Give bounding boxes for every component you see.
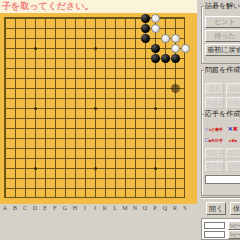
coord-label-K: K: [100, 204, 110, 213]
coord-label-N: N: [130, 204, 140, 213]
create-response-title: 応手を作成する: [204, 110, 240, 118]
coord-label-I: I: [80, 204, 90, 213]
clear-all-button[interactable]: 全消去: [226, 97, 240, 109]
coord-label-P: P: [150, 204, 160, 213]
go-board[interactable]: [0, 13, 197, 204]
white-stone-button[interactable]: 白石: [226, 83, 240, 95]
black-stone[interactable]: [161, 54, 170, 63]
white-stone[interactable]: [171, 44, 180, 53]
coord-label-C: C: [20, 204, 30, 213]
solve-group-title: 詰碁を解いてみる: [204, 2, 240, 10]
reset-button[interactable]: 最初に戻す: [205, 44, 240, 56]
coord-label-A: A: [0, 204, 10, 213]
black-stone[interactable]: [171, 54, 180, 63]
coord-label-R: R: [170, 204, 180, 213]
coord-label-D: D: [30, 204, 40, 213]
coord-label-H: H: [70, 204, 80, 213]
legend-row-correct: ○●正着手 ✕✖: [205, 125, 240, 134]
legend-row-white: □■白応手 ●✖■: [205, 136, 240, 145]
column-coordinates: ABCDEFGHIJKLMNOPQRS: [0, 204, 197, 214]
star-point: [94, 47, 97, 50]
section-divider: [201, 197, 240, 199]
correct-move-label: 正着手: [211, 127, 223, 132]
coord-label-E: E: [40, 204, 50, 213]
white-response-button[interactable]: 白応手: [226, 148, 240, 159]
code-input-2[interactable]: [204, 231, 225, 238]
marks-icon: ●✖■: [229, 138, 237, 143]
coord-label-F: F: [50, 204, 60, 213]
swap-colors-button[interactable]: 白黒入替: [205, 97, 224, 109]
code-input-1[interactable]: [204, 222, 225, 229]
white-stone[interactable]: [181, 44, 190, 53]
white-stone[interactable]: [151, 24, 160, 33]
solve-group: 詰碁を解いてみる ヒント 待った 最初に戻す: [201, 6, 240, 64]
save-button[interactable]: 保存: [230, 202, 240, 215]
ghost-stone[interactable]: [171, 84, 180, 93]
coord-label-S: S: [180, 204, 190, 213]
star-point: [34, 47, 37, 50]
hint-button[interactable]: ヒント: [205, 16, 240, 28]
coord-label-L: L: [110, 204, 120, 213]
open-button[interactable]: 開く: [206, 202, 226, 215]
coord-label-B: B: [10, 204, 20, 213]
star-point: [154, 107, 157, 110]
star-point: [94, 107, 97, 110]
coord-label-G: G: [60, 204, 70, 213]
black-stone[interactable]: [151, 44, 160, 53]
star-point: [34, 167, 37, 170]
star-point: [154, 167, 157, 170]
white-response-label: 白応手: [211, 138, 223, 143]
code-copy-button-2[interactable]: コピー: [228, 230, 240, 239]
white-stone[interactable]: [151, 14, 160, 23]
instruction-message: 子を取ってください。: [0, 0, 197, 13]
star-point: [34, 107, 37, 110]
create-response-group: 応手を作成する ○●正着手 ✕✖ □■白応手 ●✖■ 黒応手 白応手 応手削除 …: [201, 114, 240, 196]
black-stone-button[interactable]: 黒石: [205, 83, 224, 95]
code-copy-button-1[interactable]: コピー: [228, 221, 240, 230]
coord-label-Q: Q: [160, 204, 170, 213]
coord-label-O: O: [140, 204, 150, 213]
black-stone[interactable]: [141, 24, 150, 33]
delete-response-button[interactable]: 応手削除: [205, 161, 224, 172]
code-panel: コピー コピー: [201, 218, 240, 240]
black-stone[interactable]: [141, 34, 150, 43]
coord-label-M: M: [120, 204, 130, 213]
undo-button[interactable]: 待った: [205, 30, 240, 42]
white-stone[interactable]: [171, 34, 180, 43]
response-code-input[interactable]: [205, 175, 240, 184]
create-problem-title: 問題を作成する: [204, 66, 240, 74]
coord-label-J: J: [90, 204, 100, 213]
star-point: [94, 167, 97, 170]
white-stone[interactable]: [161, 34, 170, 43]
black-response-button[interactable]: 黒応手: [205, 148, 224, 159]
black-stone[interactable]: [151, 54, 160, 63]
fail-move-red-icon: ✖: [233, 126, 238, 132]
black-stone[interactable]: [141, 14, 150, 23]
delete-all-button[interactable]: 全削除: [226, 161, 240, 172]
